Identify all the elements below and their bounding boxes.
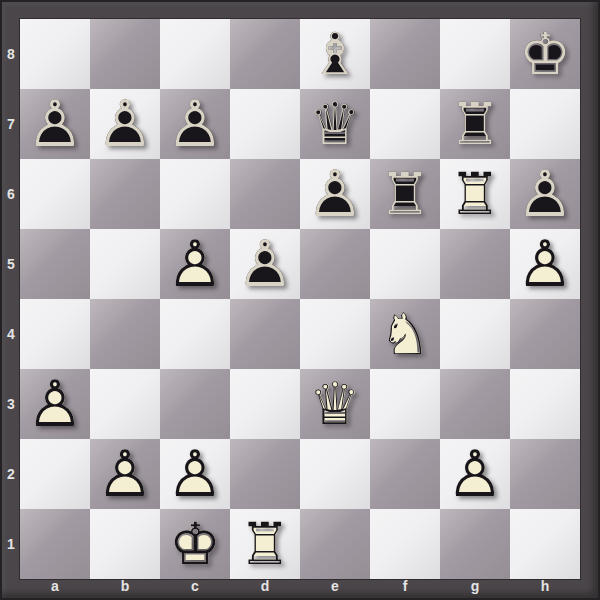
piece-outline-glyph: ♗ xyxy=(300,19,370,89)
chess-board: ♝♗♚♔♟♙♟♙♟♙♛♕♜♖♟♙♜♖♜♖♟♙♟♙♟♙♟♙♞♘♟♙♛♕♟♙♟♙♟♙… xyxy=(20,19,580,579)
square-h4[interactable] xyxy=(510,299,580,369)
square-a7[interactable]: ♟♙ xyxy=(20,89,90,159)
square-f6[interactable]: ♜♖ xyxy=(370,159,440,229)
piece-black-king[interactable]: ♚♔ xyxy=(510,19,580,89)
rank-label-6: 6 xyxy=(2,159,20,229)
piece-white-pawn[interactable]: ♟♙ xyxy=(510,229,580,299)
piece-black-rook[interactable]: ♜♖ xyxy=(370,159,440,229)
square-c7[interactable]: ♟♙ xyxy=(160,89,230,159)
square-b6[interactable] xyxy=(90,159,160,229)
square-h5[interactable]: ♟♙ xyxy=(510,229,580,299)
board-frame: 87654321 ♝♗♚♔♟♙♟♙♟♙♛♕♜♖♟♙♜♖♜♖♟♙♟♙♟♙♟♙♞♘♟… xyxy=(0,0,600,600)
piece-outline-glyph: ♕ xyxy=(300,89,370,159)
piece-black-bishop[interactable]: ♝♗ xyxy=(300,19,370,89)
square-e1[interactable] xyxy=(300,509,370,579)
piece-outline-glyph: ♙ xyxy=(20,369,90,439)
piece-outline-glyph: ♙ xyxy=(510,159,580,229)
piece-white-rook[interactable]: ♜♖ xyxy=(440,159,510,229)
rank-label-1: 1 xyxy=(2,509,20,579)
piece-outline-glyph: ♙ xyxy=(440,439,510,509)
file-labels: abcdefgh xyxy=(20,578,580,598)
file-label-f: f xyxy=(370,578,440,598)
rank-label-5: 5 xyxy=(2,229,20,299)
square-d3[interactable] xyxy=(230,369,300,439)
square-f7[interactable] xyxy=(370,89,440,159)
square-c3[interactable] xyxy=(160,369,230,439)
piece-outline-glyph: ♙ xyxy=(160,439,230,509)
square-g4[interactable] xyxy=(440,299,510,369)
piece-white-pawn[interactable]: ♟♙ xyxy=(90,439,160,509)
square-d4[interactable] xyxy=(230,299,300,369)
square-h8[interactable]: ♚♔ xyxy=(510,19,580,89)
square-g8[interactable] xyxy=(440,19,510,89)
square-h3[interactable] xyxy=(510,369,580,439)
square-c6[interactable] xyxy=(160,159,230,229)
square-e2[interactable] xyxy=(300,439,370,509)
piece-black-pawn[interactable]: ♟♙ xyxy=(160,89,230,159)
piece-white-pawn[interactable]: ♟♙ xyxy=(440,439,510,509)
file-label-d: d xyxy=(230,578,300,598)
square-f4[interactable]: ♞♘ xyxy=(370,299,440,369)
square-e6[interactable]: ♟♙ xyxy=(300,159,370,229)
square-g7[interactable]: ♜♖ xyxy=(440,89,510,159)
piece-outline-glyph: ♙ xyxy=(160,89,230,159)
square-e4[interactable] xyxy=(300,299,370,369)
square-d5[interactable]: ♟♙ xyxy=(230,229,300,299)
piece-white-pawn[interactable]: ♟♙ xyxy=(160,229,230,299)
square-c5[interactable]: ♟♙ xyxy=(160,229,230,299)
square-a4[interactable] xyxy=(20,299,90,369)
square-a3[interactable]: ♟♙ xyxy=(20,369,90,439)
square-b7[interactable]: ♟♙ xyxy=(90,89,160,159)
square-d7[interactable] xyxy=(230,89,300,159)
square-b2[interactable]: ♟♙ xyxy=(90,439,160,509)
piece-outline-glyph: ♙ xyxy=(230,229,300,299)
file-label-g: g xyxy=(440,578,510,598)
square-b1[interactable] xyxy=(90,509,160,579)
square-f8[interactable] xyxy=(370,19,440,89)
piece-white-rook[interactable]: ♜♖ xyxy=(230,509,300,579)
file-label-a: a xyxy=(20,578,90,598)
square-e8[interactable]: ♝♗ xyxy=(300,19,370,89)
piece-outline-glyph: ♙ xyxy=(90,89,160,159)
square-b3[interactable] xyxy=(90,369,160,439)
piece-outline-glyph: ♔ xyxy=(510,19,580,89)
piece-outline-glyph: ♖ xyxy=(230,509,300,579)
piece-outline-glyph: ♕ xyxy=(300,369,370,439)
piece-outline-glyph: ♙ xyxy=(160,229,230,299)
square-h1[interactable] xyxy=(510,509,580,579)
piece-black-pawn[interactable]: ♟♙ xyxy=(300,159,370,229)
square-c4[interactable] xyxy=(160,299,230,369)
square-g1[interactable] xyxy=(440,509,510,579)
square-a2[interactable] xyxy=(20,439,90,509)
piece-outline-glyph: ♘ xyxy=(370,299,440,369)
piece-white-pawn[interactable]: ♟♙ xyxy=(20,369,90,439)
piece-black-rook[interactable]: ♜♖ xyxy=(440,89,510,159)
square-a6[interactable] xyxy=(20,159,90,229)
piece-black-pawn[interactable]: ♟♙ xyxy=(510,159,580,229)
square-d1[interactable]: ♜♖ xyxy=(230,509,300,579)
piece-white-pawn[interactable]: ♟♙ xyxy=(160,439,230,509)
piece-white-knight[interactable]: ♞♘ xyxy=(370,299,440,369)
square-a5[interactable] xyxy=(20,229,90,299)
square-g5[interactable] xyxy=(440,229,510,299)
piece-black-pawn[interactable]: ♟♙ xyxy=(230,229,300,299)
file-label-h: h xyxy=(510,578,580,598)
square-h2[interactable] xyxy=(510,439,580,509)
piece-outline-glyph: ♖ xyxy=(370,159,440,229)
square-d8[interactable] xyxy=(230,19,300,89)
square-e7[interactable]: ♛♕ xyxy=(300,89,370,159)
rank-label-4: 4 xyxy=(2,299,20,369)
square-d6[interactable] xyxy=(230,159,300,229)
square-e3[interactable]: ♛♕ xyxy=(300,369,370,439)
piece-outline-glyph: ♙ xyxy=(90,439,160,509)
square-e5[interactable] xyxy=(300,229,370,299)
file-label-c: c xyxy=(160,578,230,598)
square-h6[interactable]: ♟♙ xyxy=(510,159,580,229)
piece-black-queen[interactable]: ♛♕ xyxy=(300,89,370,159)
rank-label-7: 7 xyxy=(2,89,20,159)
piece-outline-glyph: ♖ xyxy=(440,89,510,159)
piece-black-pawn[interactable]: ♟♙ xyxy=(90,89,160,159)
rank-labels: 87654321 xyxy=(2,19,20,579)
file-label-e: e xyxy=(300,578,370,598)
square-b4[interactable] xyxy=(90,299,160,369)
piece-outline-glyph: ♖ xyxy=(440,159,510,229)
square-c2[interactable]: ♟♙ xyxy=(160,439,230,509)
piece-black-pawn[interactable]: ♟♙ xyxy=(20,89,90,159)
rank-label-3: 3 xyxy=(2,369,20,439)
square-h7[interactable] xyxy=(510,89,580,159)
file-label-b: b xyxy=(90,578,160,598)
square-b5[interactable] xyxy=(90,229,160,299)
square-c8[interactable] xyxy=(160,19,230,89)
square-f5[interactable] xyxy=(370,229,440,299)
square-f1[interactable] xyxy=(370,509,440,579)
square-g6[interactable]: ♜♖ xyxy=(440,159,510,229)
piece-white-queen[interactable]: ♛♕ xyxy=(300,369,370,439)
square-a1[interactable] xyxy=(20,509,90,579)
square-d2[interactable] xyxy=(230,439,300,509)
square-c1[interactable]: ♚♔ xyxy=(160,509,230,579)
square-f2[interactable] xyxy=(370,439,440,509)
square-b8[interactable] xyxy=(90,19,160,89)
rank-label-8: 8 xyxy=(2,19,20,89)
piece-outline-glyph: ♙ xyxy=(20,89,90,159)
square-g3[interactable] xyxy=(440,369,510,439)
piece-outline-glyph: ♙ xyxy=(510,229,580,299)
square-g2[interactable]: ♟♙ xyxy=(440,439,510,509)
square-a8[interactable] xyxy=(20,19,90,89)
piece-outline-glyph: ♔ xyxy=(160,509,230,579)
square-f3[interactable] xyxy=(370,369,440,439)
rank-label-2: 2 xyxy=(2,439,20,509)
piece-outline-glyph: ♙ xyxy=(300,159,370,229)
piece-white-king[interactable]: ♚♔ xyxy=(160,509,230,579)
